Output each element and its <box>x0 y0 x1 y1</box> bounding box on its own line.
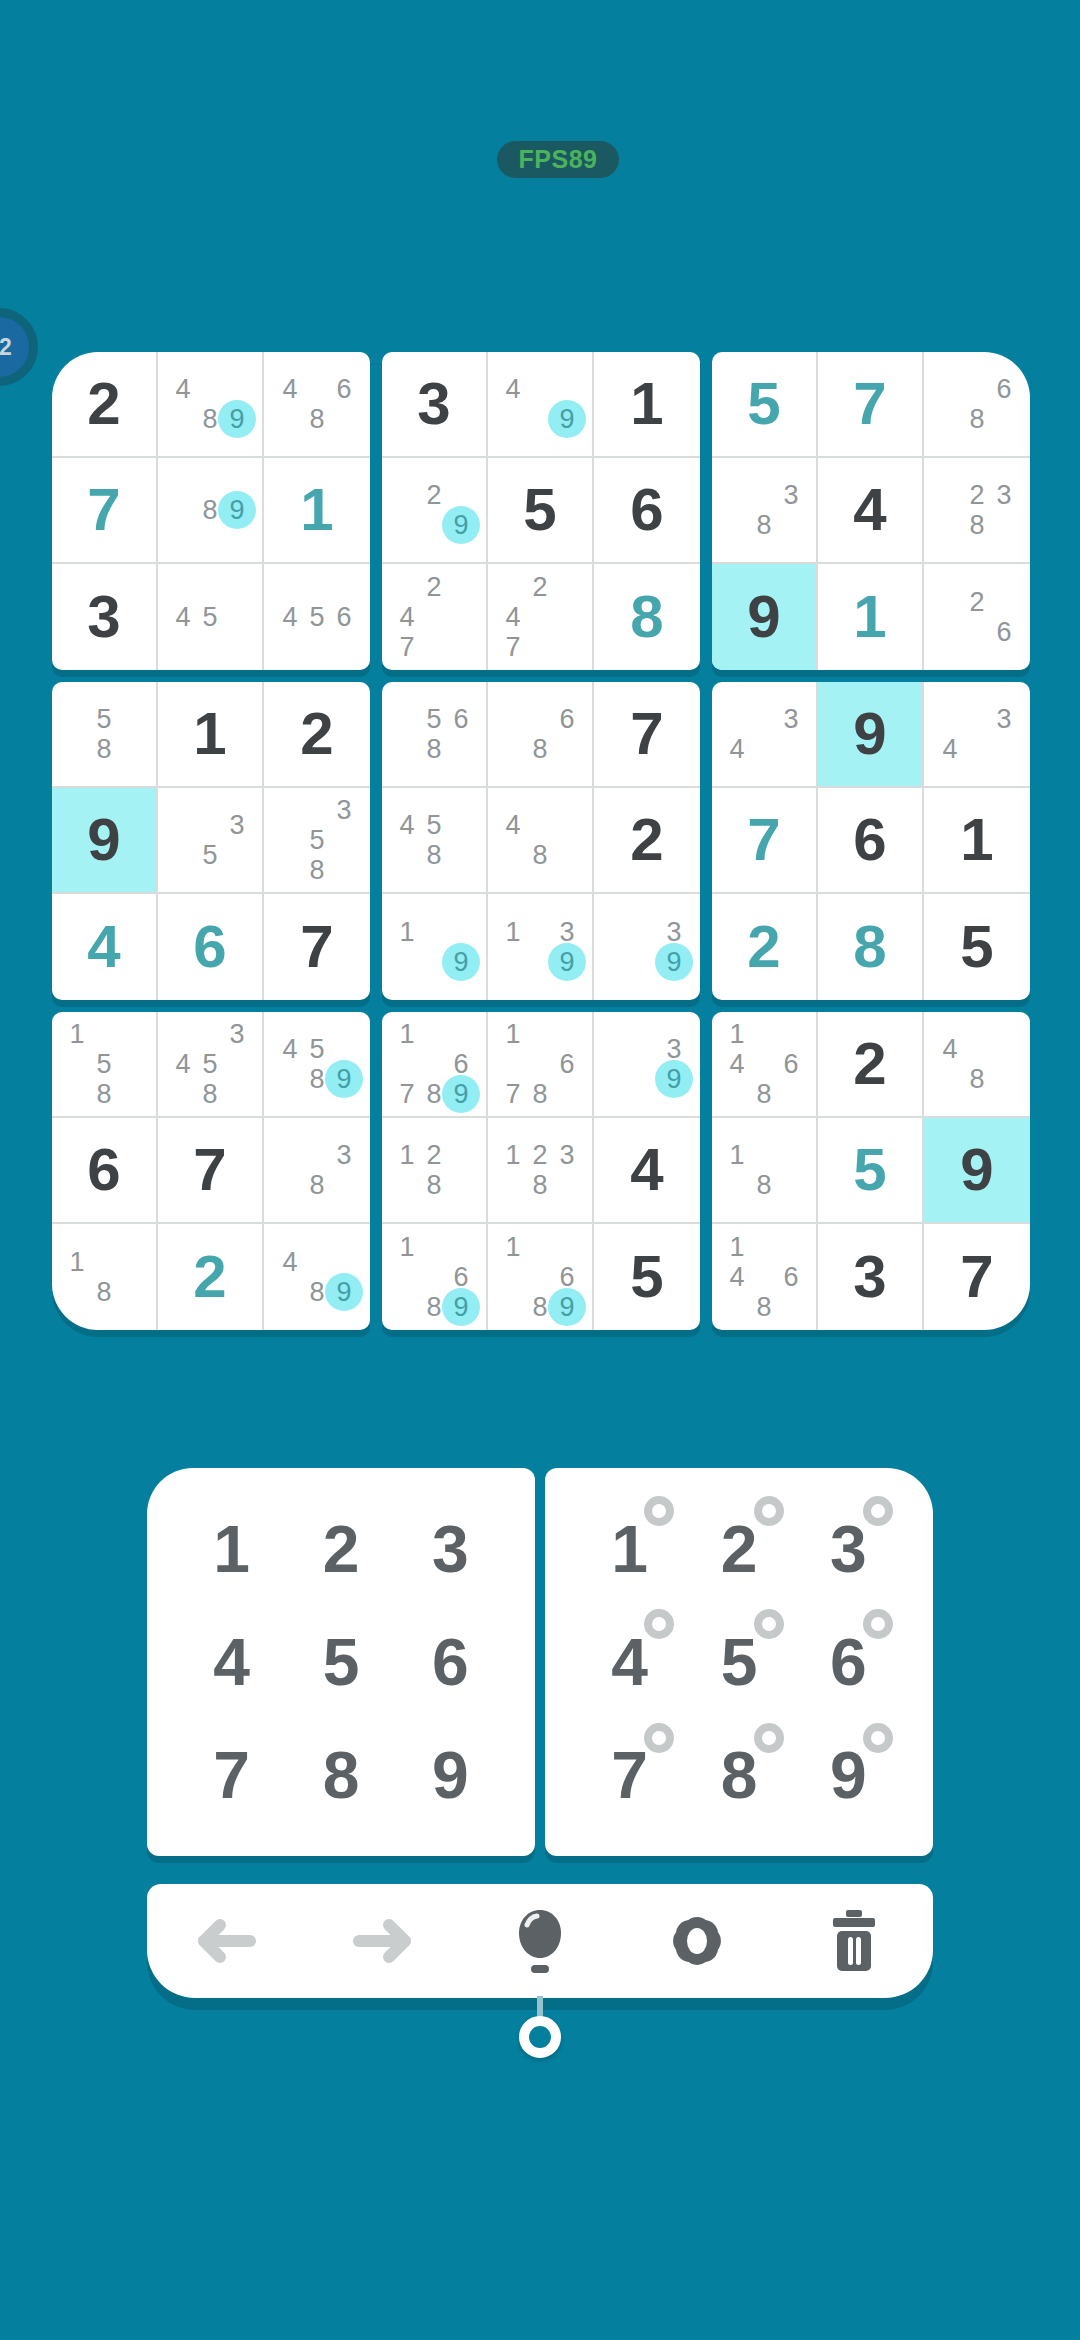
fps-badge: FPS89 <box>497 141 619 178</box>
highlighted-note-digit: 9 <box>448 512 475 539</box>
note-digit: 7 <box>500 634 527 661</box>
cell-r7c7[interactable]: 1468 <box>712 1012 818 1118</box>
box-1: 24894687891345456 <box>52 352 370 670</box>
given-digit: 7 <box>960 1247 993 1307</box>
note-digit: 5 <box>91 1051 118 1078</box>
note-digit: 1 <box>724 1142 751 1169</box>
note-digit: 2 <box>964 482 991 509</box>
cell-r5c6[interactable]: 2 <box>594 788 700 894</box>
note-digit: 4 <box>500 604 527 631</box>
note-digit: 4 <box>724 1051 751 1078</box>
cell-r6c3[interactable]: 7 <box>264 894 370 1000</box>
note-digit: 3 <box>991 482 1018 509</box>
cell-r3c3[interactable]: 456 <box>264 564 370 670</box>
note-digit: 1 <box>64 1021 91 1048</box>
numpad-notes: 123456789 <box>545 1468 933 1856</box>
box-8: 1678916783912812384168916895 <box>382 1012 700 1330</box>
note-digit: 5 <box>197 1051 224 1078</box>
pencil-notes: 38 <box>724 480 805 540</box>
cell-r8c4[interactable]: 128 <box>382 1118 488 1224</box>
numpad-digit-1[interactable]: 1 <box>177 1492 286 1605</box>
cell-r3c2[interactable]: 45 <box>158 564 264 670</box>
note-digit: 5 <box>304 827 331 854</box>
cell-r6c1[interactable]: 4 <box>52 894 158 1000</box>
given-digit: 2 <box>87 374 120 434</box>
note-digit: 3 <box>331 797 358 824</box>
given-digit: 3 <box>417 374 450 434</box>
cell-r5c9[interactable]: 1 <box>924 788 1030 894</box>
cell-r2c3[interactable]: 1 <box>264 458 370 564</box>
note-digit: 8 <box>304 1172 331 1199</box>
box-9: 14682481859146837 <box>712 1012 1030 1330</box>
cell-r8c9[interactable]: 9 <box>924 1118 1030 1224</box>
note-digit: 1 <box>500 1234 527 1261</box>
placed-digit: 8 <box>853 917 886 977</box>
given-digit: 6 <box>630 480 663 540</box>
pencil-notes: 1678 <box>500 1019 581 1109</box>
note-ring-icon <box>754 1723 784 1753</box>
note-digit: 5 <box>91 706 118 733</box>
note-digit: 8 <box>91 1279 118 1306</box>
cell-r5c5[interactable]: 48 <box>488 788 594 894</box>
note-ring-icon <box>863 1723 893 1753</box>
note-digit: 2 <box>964 589 991 616</box>
cell-r9c8[interactable]: 3 <box>818 1224 924 1330</box>
note-digit: 5 <box>421 706 448 733</box>
note-ring-icon <box>754 1496 784 1526</box>
cell-r3c6[interactable]: 8 <box>594 564 700 670</box>
given-digit: 5 <box>960 917 993 977</box>
note-digit: 6 <box>554 1051 581 1078</box>
note-digit: 3 <box>224 812 251 839</box>
given-digit: 6 <box>853 810 886 870</box>
box-7: 158345845896738182489 <box>52 1012 370 1330</box>
pencil-notes: 68 <box>937 374 1018 434</box>
numpad-normal: 123456789 <box>147 1468 535 1856</box>
note-digit: 7 <box>500 1081 527 1108</box>
cell-r3c8[interactable]: 1 <box>818 564 924 670</box>
cell-r5c7[interactable]: 7 <box>712 788 818 894</box>
notes-digit-9[interactable]: 9 <box>794 1719 903 1832</box>
redo-button[interactable] <box>304 1884 461 1998</box>
cell-r9c5[interactable]: 1689 <box>488 1224 594 1330</box>
note-digit: 8 <box>751 1081 778 1108</box>
notes-digit-4[interactable]: 4 <box>575 1605 684 1718</box>
cell-r9c7[interactable]: 1468 <box>712 1224 818 1330</box>
pencil-notes: 238 <box>937 480 1018 540</box>
sudoku-board: 2489468789134545634912956247247857683842… <box>52 352 1030 1330</box>
placed-digit: 7 <box>853 374 886 434</box>
pencil-notes: 458 <box>394 810 475 870</box>
cell-r7c1[interactable]: 158 <box>52 1012 158 1118</box>
numpad-section: 123456789 123456789 <box>147 1468 933 1856</box>
cell-r8c5[interactable]: 1238 <box>488 1118 594 1224</box>
cell-r1c1[interactable]: 2 <box>52 352 158 458</box>
pencil-notes: 18 <box>64 1247 145 1307</box>
given-digit: 4 <box>630 1140 663 1200</box>
given-digit: 4 <box>853 480 886 540</box>
numpad-digit-8[interactable]: 8 <box>286 1719 395 1832</box>
note-digit: 8 <box>197 1081 224 1108</box>
box-3: 57683842389126 <box>712 352 1030 670</box>
pencil-notes: 139 <box>500 917 581 977</box>
cell-r8c2[interactable]: 7 <box>158 1118 264 1224</box>
note-digit: 4 <box>724 1264 751 1291</box>
note-digit: 6 <box>991 376 1018 403</box>
note-digit: 8 <box>421 1172 448 1199</box>
delete-button[interactable] <box>776 1884 933 1998</box>
note-digit: 3 <box>778 706 805 733</box>
pencil-notes: 358 <box>277 795 358 885</box>
note-digit: 3 <box>778 482 805 509</box>
note-digit: 6 <box>448 706 475 733</box>
pencil-notes: 3458 <box>170 1019 251 1109</box>
debug-overlay-handle[interactable]: 22 <box>0 308 38 386</box>
note-ring-icon <box>754 1609 784 1639</box>
note-digit: 1 <box>394 1234 421 1261</box>
note-digit: 4 <box>170 604 197 631</box>
notes-digit-2[interactable]: 2 <box>684 1492 793 1605</box>
note-digit: 1 <box>724 1021 751 1048</box>
cell-r1c3[interactable]: 468 <box>264 352 370 458</box>
pencil-notes: 247 <box>500 572 581 662</box>
note-digit: 1 <box>64 1249 91 1276</box>
cell-r8c6[interactable]: 4 <box>594 1118 700 1224</box>
toolbar <box>147 1884 933 1998</box>
pencil-notes: 1468 <box>724 1232 805 1322</box>
note-digit: 8 <box>964 406 991 433</box>
pencil-notes: 456 <box>277 602 358 632</box>
pencil-notes: 34 <box>937 704 1018 764</box>
sudoku-app-screen: FPS89 22 2489468789134545634912956247247… <box>0 0 1080 2340</box>
cell-r4c1[interactable]: 58 <box>52 682 158 788</box>
cell-r4c4[interactable]: 568 <box>382 682 488 788</box>
given-digit: 7 <box>300 917 333 977</box>
cell-r3c7[interactable]: 9 <box>712 564 818 670</box>
cell-r6c6[interactable]: 39 <box>594 894 700 1000</box>
gear-icon <box>666 1910 728 1972</box>
cell-r1c2[interactable]: 489 <box>158 352 264 458</box>
note-digit: 6 <box>331 376 358 403</box>
note-digit: 3 <box>224 1021 251 1048</box>
note-digit: 4 <box>170 376 197 403</box>
cell-r6c2[interactable]: 6 <box>158 894 264 1000</box>
note-digit: 4 <box>500 376 527 403</box>
cell-r5c4[interactable]: 458 <box>382 788 488 894</box>
settings-button[interactable] <box>619 1884 776 1998</box>
pencil-notes: 4589 <box>277 1034 358 1094</box>
note-digit: 4 <box>394 812 421 839</box>
note-digit: 4 <box>394 604 421 631</box>
note-digit: 5 <box>304 604 331 631</box>
note-digit: 7 <box>394 1081 421 1108</box>
pencil-notes: 568 <box>394 704 475 764</box>
cell-r8c8[interactable]: 5 <box>818 1118 924 1224</box>
note-digit: 8 <box>751 512 778 539</box>
arrow-left-icon <box>193 1918 259 1964</box>
note-digit: 4 <box>937 736 964 763</box>
note-digit: 4 <box>724 736 751 763</box>
cell-r3c9[interactable]: 26 <box>924 564 1030 670</box>
pencil-notes: 1468 <box>724 1019 805 1109</box>
cell-r4c3[interactable]: 2 <box>264 682 370 788</box>
pencil-notes: 58 <box>64 704 145 764</box>
placed-digit: 6 <box>193 917 226 977</box>
given-digit: 7 <box>630 704 663 764</box>
cell-r5c3[interactable]: 358 <box>264 788 370 894</box>
placed-digit: 8 <box>630 587 663 647</box>
cell-r2c9[interactable]: 238 <box>924 458 1030 564</box>
note-digit: 8 <box>527 736 554 763</box>
lightbulb-icon <box>514 1908 566 1974</box>
note-digit: 6 <box>448 1264 475 1291</box>
cell-r8c7[interactable]: 18 <box>712 1118 818 1224</box>
pencil-notes: 489 <box>170 374 251 434</box>
note-digit: 3 <box>331 1142 358 1169</box>
note-digit: 4 <box>277 604 304 631</box>
cell-r7c9[interactable]: 48 <box>924 1012 1030 1118</box>
cell-r8c3[interactable]: 38 <box>264 1118 370 1224</box>
pencil-notes: 39 <box>607 917 688 977</box>
numpad-digit-5[interactable]: 5 <box>286 1605 395 1718</box>
pencil-notes: 128 <box>394 1140 475 1200</box>
note-digit: 8 <box>964 512 991 539</box>
cell-r4c6[interactable]: 7 <box>594 682 700 788</box>
placed-digit: 5 <box>747 374 780 434</box>
cell-r2c8[interactable]: 4 <box>818 458 924 564</box>
cell-r4c9[interactable]: 34 <box>924 682 1030 788</box>
note-digit: 1 <box>500 919 527 946</box>
given-digit: 1 <box>630 374 663 434</box>
cell-r8c1[interactable]: 6 <box>52 1118 158 1224</box>
pencil-notes: 49 <box>500 374 581 434</box>
trash-icon <box>828 1910 880 1972</box>
cell-r4c7[interactable]: 34 <box>712 682 818 788</box>
hint-button[interactable] <box>461 1884 618 1998</box>
cell-r7c4[interactable]: 16789 <box>382 1012 488 1118</box>
placed-digit: 7 <box>747 810 780 870</box>
note-digit: 6 <box>448 1051 475 1078</box>
cell-r2c1[interactable]: 7 <box>52 458 158 564</box>
numpad-digit-2[interactable]: 2 <box>286 1492 395 1605</box>
hint-pull-ring[interactable] <box>519 2016 561 2058</box>
given-digit: 9 <box>747 587 780 647</box>
highlighted-note-digit: 9 <box>224 406 251 433</box>
cell-r7c6[interactable]: 39 <box>594 1012 700 1118</box>
cell-r7c5[interactable]: 1678 <box>488 1012 594 1118</box>
note-digit: 1 <box>724 1234 751 1261</box>
cell-r9c3[interactable]: 489 <box>264 1224 370 1330</box>
cell-r9c2[interactable]: 2 <box>158 1224 264 1330</box>
pencil-notes: 1689 <box>500 1232 581 1322</box>
note-digit: 8 <box>527 842 554 869</box>
note-digit: 5 <box>421 812 448 839</box>
note-digit: 1 <box>394 1021 421 1048</box>
cell-r4c5[interactable]: 68 <box>488 682 594 788</box>
note-digit: 6 <box>331 604 358 631</box>
placed-digit: 7 <box>87 480 120 540</box>
given-digit: 5 <box>630 1247 663 1307</box>
highlighted-note-digit: 9 <box>331 1066 358 1093</box>
given-digit: 7 <box>193 1140 226 1200</box>
cell-r6c9[interactable]: 5 <box>924 894 1030 1000</box>
cell-r9c4[interactable]: 1689 <box>382 1224 488 1330</box>
numpad-digit-9[interactable]: 9 <box>396 1719 505 1832</box>
pencil-notes: 29 <box>394 480 475 540</box>
highlighted-note-digit: 9 <box>661 1066 688 1093</box>
given-digit: 1 <box>193 704 226 764</box>
cell-r9c9[interactable]: 7 <box>924 1224 1030 1330</box>
note-digit: 3 <box>991 706 1018 733</box>
cell-r1c4[interactable]: 3 <box>382 352 488 458</box>
cell-r2c4[interactable]: 29 <box>382 458 488 564</box>
note-digit: 2 <box>421 1142 448 1169</box>
cell-r2c5[interactable]: 5 <box>488 458 594 564</box>
notes-digit-5[interactable]: 5 <box>684 1605 793 1718</box>
undo-button[interactable] <box>147 1884 304 1998</box>
cell-r5c2[interactable]: 35 <box>158 788 264 894</box>
cell-r7c2[interactable]: 3458 <box>158 1012 264 1118</box>
numpad-digit-6[interactable]: 6 <box>396 1605 505 1718</box>
pencil-notes: 489 <box>277 1247 358 1307</box>
cell-r7c3[interactable]: 4589 <box>264 1012 370 1118</box>
note-digit: 8 <box>91 736 118 763</box>
note-ring-icon <box>644 1609 674 1639</box>
pencil-notes: 48 <box>937 1034 1018 1094</box>
highlighted-note-digit: 9 <box>554 949 581 976</box>
note-digit: 3 <box>554 1142 581 1169</box>
numpad-digit-4[interactable]: 4 <box>177 1605 286 1718</box>
note-digit: 6 <box>778 1264 805 1291</box>
pencil-notes: 16789 <box>394 1019 475 1109</box>
highlighted-note-digit: 9 <box>448 1294 475 1321</box>
note-digit: 1 <box>500 1021 527 1048</box>
note-digit: 5 <box>197 842 224 869</box>
cell-r2c6[interactable]: 6 <box>594 458 700 564</box>
numpad-digit-7[interactable]: 7 <box>177 1719 286 1832</box>
highlighted-note-digit: 9 <box>331 1279 358 1306</box>
pencil-notes: 34 <box>724 704 805 764</box>
cell-r9c1[interactable]: 18 <box>52 1224 158 1330</box>
pencil-notes: 89 <box>170 495 251 525</box>
given-digit: 9 <box>87 810 120 870</box>
cell-r3c5[interactable]: 247 <box>488 564 594 670</box>
note-digit: 8 <box>751 1172 778 1199</box>
pencil-notes: 19 <box>394 917 475 977</box>
cell-r2c7[interactable]: 38 <box>712 458 818 564</box>
cell-r9c6[interactable]: 5 <box>594 1224 700 1330</box>
cell-r2c2[interactable]: 89 <box>158 458 264 564</box>
note-digit: 4 <box>277 376 304 403</box>
cell-r4c2[interactable]: 1 <box>158 682 264 788</box>
highlighted-note-digit: 9 <box>554 1294 581 1321</box>
cell-r1c7[interactable]: 5 <box>712 352 818 458</box>
note-digit: 2 <box>421 482 448 509</box>
cell-r7c8[interactable]: 2 <box>818 1012 924 1118</box>
cell-r1c8[interactable]: 7 <box>818 352 924 458</box>
given-digit: 1 <box>960 810 993 870</box>
box-4: 5812935358467 <box>52 682 370 1000</box>
cell-r1c9[interactable]: 68 <box>924 352 1030 458</box>
given-digit: 3 <box>87 587 120 647</box>
note-digit: 6 <box>991 619 1018 646</box>
given-digit: 2 <box>300 704 333 764</box>
note-digit: 8 <box>527 1081 554 1108</box>
cell-r6c4[interactable]: 19 <box>382 894 488 1000</box>
notes-digit-6[interactable]: 6 <box>794 1605 903 1718</box>
note-digit: 1 <box>500 1142 527 1169</box>
note-digit: 5 <box>197 604 224 631</box>
note-digit: 7 <box>394 634 421 661</box>
pencil-notes: 48 <box>500 810 581 870</box>
pencil-notes: 45 <box>170 602 251 632</box>
note-ring-icon <box>863 1496 893 1526</box>
note-digit: 8 <box>527 1172 554 1199</box>
cell-r1c5[interactable]: 49 <box>488 352 594 458</box>
highlighted-note-digit: 9 <box>661 949 688 976</box>
note-digit: 4 <box>277 1036 304 1063</box>
pencil-notes: 38 <box>277 1140 358 1200</box>
note-digit: 3 <box>661 919 688 946</box>
cell-r5c1[interactable]: 9 <box>52 788 158 894</box>
placed-digit: 2 <box>747 917 780 977</box>
given-digit: 9 <box>853 704 886 764</box>
note-digit: 2 <box>527 1142 554 1169</box>
cell-r4c8[interactable]: 9 <box>818 682 924 788</box>
note-digit: 6 <box>554 1264 581 1291</box>
note-digit: 8 <box>91 1081 118 1108</box>
note-digit: 1 <box>394 919 421 946</box>
cell-r1c6[interactable]: 1 <box>594 352 700 458</box>
highlighted-note-digit: 9 <box>554 406 581 433</box>
pencil-notes: 158 <box>64 1019 145 1109</box>
given-digit: 5 <box>523 480 556 540</box>
placed-digit: 4 <box>87 917 120 977</box>
note-ring-icon <box>863 1609 893 1639</box>
note-digit: 4 <box>500 812 527 839</box>
cell-r3c4[interactable]: 247 <box>382 564 488 670</box>
placed-digit: 2 <box>193 1247 226 1307</box>
given-digit: 3 <box>853 1247 886 1307</box>
note-ring-icon <box>644 1496 674 1526</box>
notes-digit-7[interactable]: 7 <box>575 1719 684 1832</box>
note-digit: 8 <box>421 736 448 763</box>
notes-digit-3[interactable]: 3 <box>794 1492 903 1605</box>
highlighted-note-digit: 9 <box>448 949 475 976</box>
placed-digit: 1 <box>853 587 886 647</box>
note-digit: 3 <box>661 1036 688 1063</box>
note-ring-icon <box>644 1723 674 1753</box>
highlighted-note-digit: 9 <box>224 497 251 524</box>
highlighted-note-digit: 9 <box>448 1081 475 1108</box>
cell-r6c7[interactable]: 2 <box>712 894 818 1000</box>
notes-digit-1[interactable]: 1 <box>575 1492 684 1605</box>
note-digit: 1 <box>394 1142 421 1169</box>
cell-r6c8[interactable]: 8 <box>818 894 924 1000</box>
arrow-right-icon <box>350 1918 416 1964</box>
cell-r6c5[interactable]: 139 <box>488 894 594 1000</box>
pencil-notes: 1689 <box>394 1232 475 1322</box>
box-6: 34934761285 <box>712 682 1030 1000</box>
notes-digit-8[interactable]: 8 <box>684 1719 793 1832</box>
numpad-digit-3[interactable]: 3 <box>396 1492 505 1605</box>
cell-r5c8[interactable]: 6 <box>818 788 924 894</box>
given-digit: 9 <box>960 1140 993 1200</box>
pencil-notes: 18 <box>724 1140 805 1200</box>
cell-r3c1[interactable]: 3 <box>52 564 158 670</box>
note-digit: 6 <box>554 706 581 733</box>
note-digit: 6 <box>778 1051 805 1078</box>
